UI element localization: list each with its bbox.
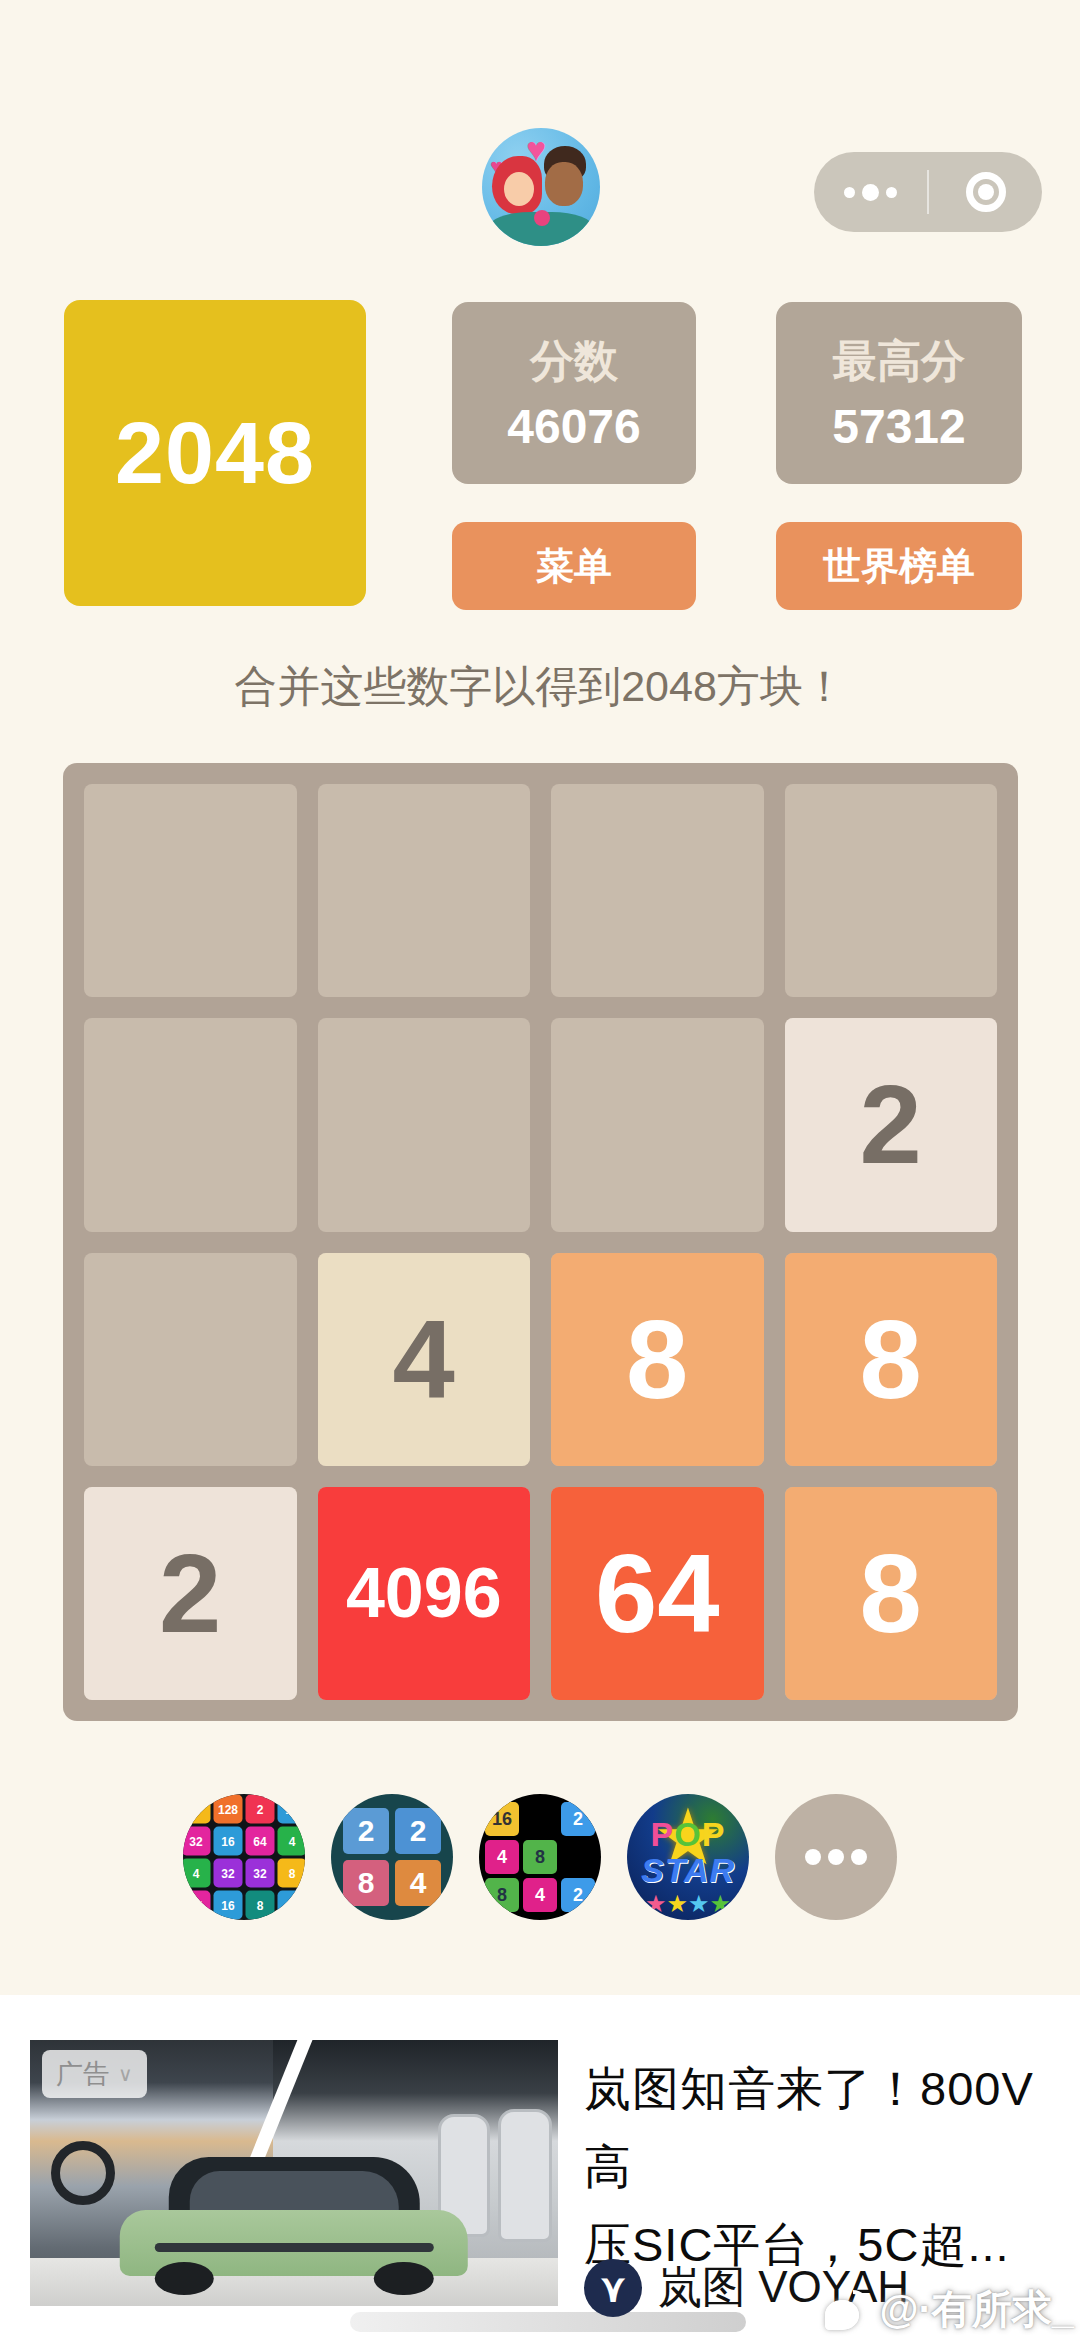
tile-4096: 4096 — [318, 1487, 531, 1700]
best-score-value: 57312 — [832, 399, 965, 454]
popstar-star-text: STAR — [641, 1850, 735, 1889]
menu-button[interactable]: 菜单 — [452, 522, 696, 610]
score-value: 46076 — [507, 399, 640, 454]
tile-4: 4 — [318, 1253, 531, 1466]
mini-tile: 2 — [561, 1878, 595, 1912]
board-cell: 4 — [318, 1253, 531, 1466]
mini-tile: 2 — [561, 1802, 595, 1836]
mini-tile: 32 — [183, 1827, 211, 1856]
chevron-down-icon: ∨ — [118, 2062, 133, 2086]
ad-tag[interactable]: 广告∨ — [42, 2050, 147, 2098]
more-games-button[interactable] — [775, 1794, 897, 1920]
board-cell — [551, 1018, 764, 1231]
game-logo-tile: 2048 — [64, 300, 366, 606]
weibo-watermark: @·有所求_ — [825, 2282, 1074, 2337]
board-cell: 8 — [551, 1253, 764, 1466]
mini-tile: 16 — [278, 1795, 306, 1824]
game-board[interactable]: 248824096648 — [63, 763, 1018, 1721]
weibo-logo-icon — [825, 2290, 869, 2330]
board-cell — [318, 784, 531, 997]
mini-tile: 4 — [278, 1827, 306, 1856]
world-leaderboard-button[interactable]: 世界榜单 — [776, 522, 1022, 610]
tile-64: 64 — [551, 1487, 764, 1700]
circle-target-icon — [966, 172, 1006, 212]
capsule-more-button[interactable] — [814, 152, 927, 232]
mini-tile: 32 — [214, 1859, 243, 1888]
mini-tile — [561, 1840, 595, 1874]
tile-2: 2 — [785, 1018, 998, 1231]
three-dots-icon — [844, 184, 897, 201]
mini-tile: 4 — [523, 1878, 557, 1912]
mini-tile: 32 — [246, 1859, 275, 1888]
best-score-box: 最高分 57312 — [776, 302, 1022, 484]
board-cell — [84, 1253, 297, 1466]
shortcut-popstar-icon[interactable]: ★ POP STAR ★★★★ — [627, 1794, 749, 1920]
board-cell: 64 — [551, 1487, 764, 1700]
mini-tile: 8 — [278, 1859, 306, 1888]
score-label: 分数 — [530, 332, 618, 391]
board-cell — [318, 1018, 531, 1231]
mini-tile: 2 — [395, 1808, 441, 1854]
steering-wheel — [51, 2141, 115, 2205]
tile-8: 8 — [551, 1253, 764, 1466]
mini-tile: 64 — [183, 1891, 211, 1920]
score-box: 分数 46076 — [452, 302, 696, 484]
ad-title[interactable]: 岚图知音来了！800V高 压SIC平台，5C超... — [584, 2050, 1036, 2284]
game-subtitle: 合并这些数字以得到2048方块！ — [0, 658, 1080, 716]
board-cell: 2 — [84, 1487, 297, 1700]
avatar-man-face — [545, 162, 583, 206]
watermark-text: @·有所求_ — [879, 2282, 1074, 2337]
mini-tile: 8 — [183, 1795, 211, 1824]
tile-8: 8 — [785, 1253, 998, 1466]
board-cell: 2 — [785, 1018, 998, 1231]
board-cell — [551, 784, 764, 997]
car-seat — [498, 2109, 552, 2242]
voyah-logo-icon: ⋎ — [584, 2259, 642, 2317]
best-score-label: 最高分 — [833, 332, 965, 391]
board-cell: 8 — [785, 1487, 998, 1700]
green-suv — [120, 2157, 468, 2295]
board-cell: 8 — [785, 1253, 998, 1466]
game-shortcuts-row: 812821632166444323286416816 2284 1624884… — [0, 1794, 1080, 1920]
board-cell: 4096 — [318, 1487, 531, 1700]
mini-tile: 8 — [523, 1840, 557, 1874]
ad-image[interactable]: 广告∨ — [30, 2040, 558, 2306]
popstar-pop-text: POP — [651, 1815, 726, 1854]
shortcut-2248-icon[interactable]: 2284 — [331, 1794, 453, 1920]
shortcut-merge-blocks-icon[interactable]: 16248842 — [479, 1794, 601, 1920]
mini-tile: 16 — [278, 1891, 306, 1920]
mini-tile: 4 — [485, 1840, 519, 1874]
board-cell — [84, 1018, 297, 1231]
mini-tile: 16 — [214, 1827, 243, 1856]
mini-tile: 8 — [246, 1891, 275, 1920]
mini-tile: 2 — [246, 1795, 275, 1824]
capsule-exit-button[interactable] — [929, 152, 1042, 232]
mini-tile: 16 — [485, 1802, 519, 1836]
shortcut-x2-blocks-icon[interactable]: 812821632166444323286416816 — [183, 1794, 305, 1920]
mini-tile: 4 — [183, 1859, 211, 1888]
mini-tile: 8 — [343, 1860, 389, 1906]
avatar-woman-face — [504, 172, 534, 206]
tile-2: 2 — [84, 1487, 297, 1700]
popstar-stars: ★★★★ — [645, 1890, 731, 1918]
mini-tile: 64 — [246, 1827, 275, 1856]
user-avatar: ♥ ♥ ♥ — [482, 128, 600, 246]
mini-tile: 8 — [485, 1878, 519, 1912]
mini-tile: 128 — [214, 1795, 243, 1824]
mini-tile: 16 — [214, 1891, 243, 1920]
mini-tile: 2 — [343, 1808, 389, 1854]
three-dots-icon — [805, 1849, 867, 1865]
mini-tile: 4 — [395, 1860, 441, 1906]
avatar-rose — [534, 210, 550, 226]
miniprogram-capsule — [814, 152, 1042, 232]
tile-8: 8 — [785, 1487, 998, 1700]
board-cell — [84, 784, 297, 997]
board-cell — [785, 784, 998, 997]
mini-tile — [523, 1802, 557, 1836]
app-screen: ♥ ♥ ♥ 2048 分数 46076 最高分 57312 菜单 世界榜单 合并… — [0, 0, 1080, 2341]
